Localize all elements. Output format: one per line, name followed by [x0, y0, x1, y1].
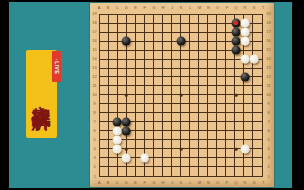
grid-cell[interactable]	[109, 122, 118, 131]
grid-cell[interactable]	[163, 86, 172, 95]
grid-cell[interactable]	[145, 113, 154, 122]
grid-cell[interactable]	[127, 167, 136, 176]
grid-cell[interactable]	[199, 42, 208, 51]
grid-cell[interactable]	[145, 140, 154, 149]
grid-cell[interactable]	[172, 33, 181, 42]
grid-cell[interactable]	[109, 69, 118, 78]
grid-cell[interactable]	[226, 69, 235, 78]
grid-cell[interactable]	[217, 33, 226, 42]
grid-cell[interactable]	[208, 60, 217, 69]
grid-cell[interactable]	[172, 15, 181, 24]
grid-cell[interactable]	[235, 95, 244, 104]
grid-cell[interactable]	[172, 122, 181, 131]
grid-cell[interactable]	[118, 149, 127, 158]
grid-cell[interactable]	[127, 140, 136, 149]
grid-cell[interactable]	[253, 77, 262, 86]
grid-cell[interactable]	[226, 131, 235, 140]
grid-cell[interactable]	[100, 104, 109, 113]
grid-cell[interactable]	[208, 113, 217, 122]
grid-cell[interactable]	[136, 15, 145, 24]
grid-cell[interactable]	[136, 24, 145, 33]
grid-cell[interactable]	[118, 104, 127, 113]
grid-cell[interactable]	[163, 60, 172, 69]
grid-cell[interactable]	[100, 95, 109, 104]
grid-cell[interactable]	[163, 42, 172, 51]
grid-cell[interactable]	[190, 24, 199, 33]
grid-cell[interactable]	[118, 33, 127, 42]
grid-cell[interactable]	[253, 95, 262, 104]
grid-cell[interactable]	[118, 24, 127, 33]
grid-cell[interactable]	[217, 113, 226, 122]
grid-cell[interactable]	[244, 140, 253, 149]
grid-cell[interactable]	[208, 33, 217, 42]
grid-cell[interactable]	[253, 140, 262, 149]
grid-cell[interactable]	[244, 158, 253, 167]
grid-cell[interactable]	[253, 104, 262, 113]
grid-cell[interactable]	[208, 24, 217, 33]
grid-cell[interactable]	[199, 131, 208, 140]
grid-cell[interactable]	[181, 51, 190, 60]
grid-cell[interactable]	[154, 95, 163, 104]
grid-cell[interactable]	[235, 77, 244, 86]
grid-cell[interactable]	[199, 149, 208, 158]
grid-cell[interactable]	[145, 104, 154, 113]
grid-cell[interactable]	[217, 42, 226, 51]
grid-cell[interactable]	[127, 33, 136, 42]
grid-cell[interactable]	[253, 167, 262, 176]
grid-cell[interactable]	[235, 140, 244, 149]
grid-cell[interactable]	[226, 86, 235, 95]
grid-cell[interactable]	[253, 15, 262, 24]
grid-cell[interactable]	[190, 167, 199, 176]
grid-cell[interactable]	[181, 24, 190, 33]
grid-cell[interactable]	[181, 158, 190, 167]
grid-cell[interactable]	[100, 42, 109, 51]
grid-cell[interactable]	[253, 122, 262, 131]
grid-cell[interactable]	[190, 158, 199, 167]
grid-cell[interactable]	[199, 95, 208, 104]
grid-cell[interactable]	[172, 158, 181, 167]
go-grid[interactable]	[99, 14, 263, 177]
grid-cell[interactable]	[154, 24, 163, 33]
grid-cell[interactable]	[226, 140, 235, 149]
grid-cell[interactable]	[136, 122, 145, 131]
grid-cell[interactable]	[208, 69, 217, 78]
grid-cell[interactable]	[181, 167, 190, 176]
grid-cell[interactable]	[181, 122, 190, 131]
grid-cell[interactable]	[217, 167, 226, 176]
grid-cell[interactable]	[136, 167, 145, 176]
grid-cell[interactable]	[109, 77, 118, 86]
grid-cell[interactable]	[136, 149, 145, 158]
grid-cell[interactable]	[136, 77, 145, 86]
grid-cell[interactable]	[145, 51, 154, 60]
grid-cell[interactable]	[145, 15, 154, 24]
grid-cell[interactable]	[172, 42, 181, 51]
grid-cell[interactable]	[118, 42, 127, 51]
grid-cell[interactable]	[154, 33, 163, 42]
grid-cell[interactable]	[154, 140, 163, 149]
grid-cell[interactable]	[163, 131, 172, 140]
grid-cell[interactable]	[136, 113, 145, 122]
grid-cell[interactable]	[190, 95, 199, 104]
grid-cell[interactable]	[217, 104, 226, 113]
grid-cell[interactable]	[109, 167, 118, 176]
grid-cell[interactable]	[253, 60, 262, 69]
grid-cell[interactable]	[244, 122, 253, 131]
grid-cell[interactable]	[208, 167, 217, 176]
grid-cell[interactable]	[217, 158, 226, 167]
grid-cell[interactable]	[127, 86, 136, 95]
grid-cell[interactable]	[154, 167, 163, 176]
grid-cell[interactable]	[181, 95, 190, 104]
grid-cell[interactable]	[199, 167, 208, 176]
grid-cell[interactable]	[217, 51, 226, 60]
grid-cell[interactable]	[208, 131, 217, 140]
grid-cell[interactable]	[172, 60, 181, 69]
grid-cell[interactable]	[190, 51, 199, 60]
grid-cell[interactable]	[190, 33, 199, 42]
grid-cell[interactable]	[208, 95, 217, 104]
grid-cell[interactable]	[154, 149, 163, 158]
grid-cell[interactable]	[226, 158, 235, 167]
grid-cell[interactable]	[136, 104, 145, 113]
grid-cell[interactable]	[208, 104, 217, 113]
grid-cell[interactable]	[100, 113, 109, 122]
grid-cell[interactable]	[118, 95, 127, 104]
grid-cell[interactable]	[100, 140, 109, 149]
grid-cell[interactable]	[136, 131, 145, 140]
grid-cell[interactable]	[235, 113, 244, 122]
grid-cell[interactable]	[127, 131, 136, 140]
grid-cell[interactable]	[181, 15, 190, 24]
grid-cell[interactable]	[217, 24, 226, 33]
grid-cell[interactable]	[154, 104, 163, 113]
grid-cell[interactable]	[136, 51, 145, 60]
grid-cell[interactable]	[163, 104, 172, 113]
grid-cell[interactable]	[127, 113, 136, 122]
grid-cell[interactable]	[172, 86, 181, 95]
grid-cell[interactable]	[199, 113, 208, 122]
grid-cell[interactable]	[217, 77, 226, 86]
grid-cell[interactable]	[199, 104, 208, 113]
grid-cell[interactable]	[127, 24, 136, 33]
grid-cell[interactable]	[163, 113, 172, 122]
grid-cell[interactable]	[226, 51, 235, 60]
grid-cell[interactable]	[226, 24, 235, 33]
grid-cell[interactable]	[253, 33, 262, 42]
grid-cell[interactable]	[235, 86, 244, 95]
grid-cell[interactable]	[226, 104, 235, 113]
grid-cell[interactable]	[253, 131, 262, 140]
grid-cell[interactable]	[190, 149, 199, 158]
grid-cell[interactable]	[235, 60, 244, 69]
grid-cell[interactable]	[154, 158, 163, 167]
grid-cell[interactable]	[244, 104, 253, 113]
grid-cell[interactable]	[163, 24, 172, 33]
grid-cell[interactable]	[235, 149, 244, 158]
grid-cell[interactable]	[100, 86, 109, 95]
grid-cell[interactable]	[172, 167, 181, 176]
grid-cell[interactable]	[127, 42, 136, 51]
grid-cell[interactable]	[190, 15, 199, 24]
grid-cell[interactable]	[199, 51, 208, 60]
grid-cell[interactable]	[235, 158, 244, 167]
grid-cell[interactable]	[172, 113, 181, 122]
grid-cell[interactable]	[208, 42, 217, 51]
grid-cell[interactable]	[163, 15, 172, 24]
grid-cell[interactable]	[145, 95, 154, 104]
grid-cell[interactable]	[244, 95, 253, 104]
grid-cell[interactable]	[244, 167, 253, 176]
grid-cell[interactable]	[235, 122, 244, 131]
grid-cell[interactable]	[190, 60, 199, 69]
grid-cell[interactable]	[136, 95, 145, 104]
grid-cell[interactable]	[190, 113, 199, 122]
grid-cell[interactable]	[235, 131, 244, 140]
grid-cell[interactable]	[127, 69, 136, 78]
grid-cell[interactable]	[154, 60, 163, 69]
grid-cell[interactable]	[109, 131, 118, 140]
grid-cell[interactable]	[172, 95, 181, 104]
grid-cell[interactable]	[127, 158, 136, 167]
grid-cell[interactable]	[118, 60, 127, 69]
grid-cell[interactable]	[127, 104, 136, 113]
grid-cell[interactable]	[163, 158, 172, 167]
grid-cell[interactable]	[154, 113, 163, 122]
grid-cell[interactable]	[217, 140, 226, 149]
grid-cell[interactable]	[190, 42, 199, 51]
grid-cell[interactable]	[181, 104, 190, 113]
grid-cell[interactable]	[118, 86, 127, 95]
grid-cell[interactable]	[100, 149, 109, 158]
grid-cell[interactable]	[172, 51, 181, 60]
grid-cell[interactable]	[154, 131, 163, 140]
grid-cell[interactable]	[208, 51, 217, 60]
grid-cell[interactable]	[253, 113, 262, 122]
grid-cell[interactable]	[244, 51, 253, 60]
grid-cell[interactable]	[253, 24, 262, 33]
grid-cell[interactable]	[208, 140, 217, 149]
grid-cell[interactable]	[109, 86, 118, 95]
grid-cell[interactable]	[244, 131, 253, 140]
grid-cell[interactable]	[190, 69, 199, 78]
grid-cell[interactable]	[244, 15, 253, 24]
grid-cell[interactable]	[181, 42, 190, 51]
grid-cell[interactable]	[217, 69, 226, 78]
grid-cell[interactable]	[163, 33, 172, 42]
grid-cell[interactable]	[181, 69, 190, 78]
grid-cell[interactable]	[235, 42, 244, 51]
grid-cell[interactable]	[190, 86, 199, 95]
grid-cell[interactable]	[181, 149, 190, 158]
grid-cell[interactable]	[127, 95, 136, 104]
grid-cell[interactable]	[109, 42, 118, 51]
grid-cell[interactable]	[181, 77, 190, 86]
grid-cell[interactable]	[100, 33, 109, 42]
grid-cell[interactable]	[217, 86, 226, 95]
grid-cell[interactable]	[136, 140, 145, 149]
grid-cell[interactable]	[235, 15, 244, 24]
grid-cell[interactable]	[109, 24, 118, 33]
grid-cell[interactable]	[118, 158, 127, 167]
grid-cell[interactable]	[244, 77, 253, 86]
grid-cell[interactable]	[172, 24, 181, 33]
grid-cell[interactable]	[235, 33, 244, 42]
grid-cell[interactable]	[253, 51, 262, 60]
grid-cell[interactable]	[163, 167, 172, 176]
grid-cell[interactable]	[181, 86, 190, 95]
grid-cell[interactable]	[100, 131, 109, 140]
grid-cell[interactable]	[109, 15, 118, 24]
grid-cell[interactable]	[226, 149, 235, 158]
grid-cell[interactable]	[109, 140, 118, 149]
grid-cell[interactable]	[199, 140, 208, 149]
grid-cell[interactable]	[145, 42, 154, 51]
grid-cell[interactable]	[109, 149, 118, 158]
grid-cell[interactable]	[100, 60, 109, 69]
grid-cell[interactable]	[244, 113, 253, 122]
grid-cell[interactable]	[127, 51, 136, 60]
grid-cell[interactable]	[244, 33, 253, 42]
grid-cell[interactable]	[154, 15, 163, 24]
grid-cell[interactable]	[181, 131, 190, 140]
grid-cell[interactable]	[100, 69, 109, 78]
grid-cell[interactable]	[100, 158, 109, 167]
grid-cell[interactable]	[154, 77, 163, 86]
grid-cell[interactable]	[145, 69, 154, 78]
grid-cell[interactable]	[163, 140, 172, 149]
grid-cell[interactable]	[100, 24, 109, 33]
grid-cell[interactable]	[199, 33, 208, 42]
grid-cell[interactable]	[226, 42, 235, 51]
grid-cell[interactable]	[109, 95, 118, 104]
grid-cell[interactable]	[244, 24, 253, 33]
grid-cell[interactable]	[226, 60, 235, 69]
grid-cell[interactable]	[181, 140, 190, 149]
grid-cell[interactable]	[199, 69, 208, 78]
grid-cell[interactable]	[244, 60, 253, 69]
grid-cell[interactable]	[226, 167, 235, 176]
grid-cell[interactable]	[172, 140, 181, 149]
grid-cell[interactable]	[163, 149, 172, 158]
grid-cell[interactable]	[244, 149, 253, 158]
grid-cell[interactable]	[145, 149, 154, 158]
grid-cell[interactable]	[217, 131, 226, 140]
grid-cell[interactable]	[208, 158, 217, 167]
grid-cell[interactable]	[109, 104, 118, 113]
grid-cell[interactable]	[118, 77, 127, 86]
grid-cell[interactable]	[118, 140, 127, 149]
grid-cell[interactable]	[136, 69, 145, 78]
grid-cell[interactable]	[217, 60, 226, 69]
grid-cell[interactable]	[145, 77, 154, 86]
grid-cell[interactable]	[190, 131, 199, 140]
grid-cell[interactable]	[154, 51, 163, 60]
grid-cell[interactable]	[217, 95, 226, 104]
grid-cell[interactable]	[136, 158, 145, 167]
grid-cell[interactable]	[181, 60, 190, 69]
grid-cell[interactable]	[154, 69, 163, 78]
grid-cell[interactable]	[127, 149, 136, 158]
grid-cell[interactable]	[136, 60, 145, 69]
grid-cell[interactable]	[199, 77, 208, 86]
grid-cell[interactable]	[217, 15, 226, 24]
grid-cell[interactable]	[154, 42, 163, 51]
grid-cell[interactable]	[109, 113, 118, 122]
grid-cell[interactable]	[118, 122, 127, 131]
grid-cell[interactable]	[181, 33, 190, 42]
grid-cell[interactable]	[208, 15, 217, 24]
grid-cell[interactable]	[118, 69, 127, 78]
grid-cell[interactable]	[109, 51, 118, 60]
grid-cell[interactable]	[163, 69, 172, 78]
grid-cell[interactable]	[253, 42, 262, 51]
grid-cell[interactable]	[145, 158, 154, 167]
grid-cell[interactable]	[190, 77, 199, 86]
grid-cell[interactable]	[100, 167, 109, 176]
grid-cell[interactable]	[190, 104, 199, 113]
grid-cell[interactable]	[217, 149, 226, 158]
grid-cell[interactable]	[190, 140, 199, 149]
grid-cell[interactable]	[172, 149, 181, 158]
grid-cell[interactable]	[109, 33, 118, 42]
grid-cell[interactable]	[226, 122, 235, 131]
grid-cell[interactable]	[226, 33, 235, 42]
grid-cell[interactable]	[109, 158, 118, 167]
grid-cell[interactable]	[253, 69, 262, 78]
grid-cell[interactable]	[154, 122, 163, 131]
grid-cell[interactable]	[226, 95, 235, 104]
grid-cell[interactable]	[145, 131, 154, 140]
grid-cell[interactable]	[235, 51, 244, 60]
grid-cell[interactable]	[145, 86, 154, 95]
grid-cell[interactable]	[145, 24, 154, 33]
grid-cell[interactable]	[172, 131, 181, 140]
grid-cell[interactable]	[145, 33, 154, 42]
grid-cell[interactable]	[226, 113, 235, 122]
grid-cell[interactable]	[235, 24, 244, 33]
grid-cell[interactable]	[163, 77, 172, 86]
grid-cell[interactable]	[235, 104, 244, 113]
grid-cell[interactable]	[145, 167, 154, 176]
grid-cell[interactable]	[100, 122, 109, 131]
grid-cell[interactable]	[127, 77, 136, 86]
grid-cell[interactable]	[172, 104, 181, 113]
grid-cell[interactable]	[145, 60, 154, 69]
grid-cell[interactable]	[244, 69, 253, 78]
grid-cell[interactable]	[118, 167, 127, 176]
grid-cell[interactable]	[118, 51, 127, 60]
grid-cell[interactable]	[253, 158, 262, 167]
grid-cell[interactable]	[118, 131, 127, 140]
grid-cell[interactable]	[208, 122, 217, 131]
grid-cell[interactable]	[199, 60, 208, 69]
grid-cell[interactable]	[190, 122, 199, 131]
grid-cell[interactable]	[208, 86, 217, 95]
grid-cell[interactable]	[109, 60, 118, 69]
grid-cell[interactable]	[235, 69, 244, 78]
grid-cell[interactable]	[136, 42, 145, 51]
grid-cell[interactable]	[226, 15, 235, 24]
grid-cell[interactable]	[217, 122, 226, 131]
grid-cell[interactable]	[163, 95, 172, 104]
grid-cell[interactable]	[181, 113, 190, 122]
grid-cell[interactable]	[154, 86, 163, 95]
grid-cell[interactable]	[136, 86, 145, 95]
grid-cell[interactable]	[208, 77, 217, 86]
grid-cell[interactable]	[127, 15, 136, 24]
